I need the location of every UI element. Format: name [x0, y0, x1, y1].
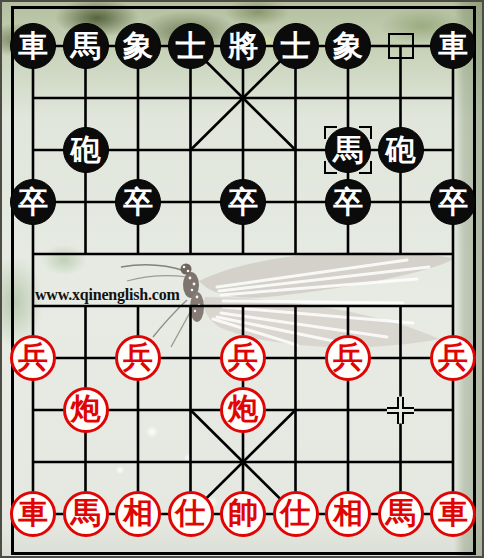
red-piece-兵[interactable]: 兵: [115, 335, 161, 381]
red-piece-兵[interactable]: 兵: [220, 335, 266, 381]
black-piece-士[interactable]: 士: [168, 23, 214, 69]
black-piece-將[interactable]: 將: [220, 23, 266, 69]
black-piece-象[interactable]: 象: [115, 23, 161, 69]
red-piece-兵[interactable]: 兵: [325, 335, 371, 381]
red-piece-車[interactable]: 車: [10, 491, 56, 537]
black-piece-砲[interactable]: 砲: [63, 127, 109, 173]
marker-move-origin-crosshair: [387, 397, 414, 424]
black-piece-車[interactable]: 車: [430, 23, 476, 69]
marker-vacated-square-outline: [388, 33, 414, 59]
red-piece-車[interactable]: 車: [430, 491, 476, 537]
red-piece-仕[interactable]: 仕: [273, 491, 319, 537]
red-piece-炮[interactable]: 炮: [220, 387, 266, 433]
black-piece-車[interactable]: 車: [10, 23, 56, 69]
black-piece-卒[interactable]: 卒: [220, 179, 266, 225]
black-piece-砲[interactable]: 砲: [378, 127, 424, 173]
board-grid: [2, 2, 484, 558]
red-piece-兵[interactable]: 兵: [10, 335, 56, 381]
black-piece-士[interactable]: 士: [273, 23, 319, 69]
red-piece-炮[interactable]: 炮: [63, 387, 109, 433]
black-piece-馬[interactable]: 馬: [63, 23, 109, 69]
black-piece-卒[interactable]: 卒: [430, 179, 476, 225]
black-piece-馬[interactable]: 馬: [325, 127, 371, 173]
red-piece-帥[interactable]: 帥: [220, 491, 266, 537]
red-piece-兵[interactable]: 兵: [430, 335, 476, 381]
black-piece-卒[interactable]: 卒: [325, 179, 371, 225]
red-piece-馬[interactable]: 馬: [63, 491, 109, 537]
red-piece-仕[interactable]: 仕: [168, 491, 214, 537]
red-piece-相[interactable]: 相: [115, 491, 161, 537]
xiangqi-board-screenshot: www.xqinenglish.com 車馬象士將士象車: [0, 0, 484, 558]
red-piece-馬[interactable]: 馬: [378, 491, 424, 537]
black-piece-卒[interactable]: 卒: [10, 179, 56, 225]
red-piece-相[interactable]: 相: [325, 491, 371, 537]
black-piece-象[interactable]: 象: [325, 23, 371, 69]
black-piece-卒[interactable]: 卒: [115, 179, 161, 225]
